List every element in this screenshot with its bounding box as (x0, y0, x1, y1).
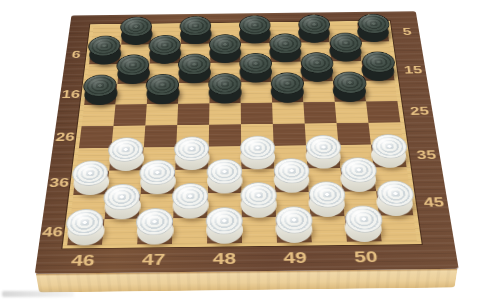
white-man[interactable]: ⛀ (66, 218, 106, 246)
coord-right-15: 15 (403, 64, 423, 77)
dark-square[interactable]: ⛀ (109, 148, 144, 171)
white-man[interactable]: ⛀ (273, 168, 310, 194)
coord-right-35: 35 (416, 148, 438, 162)
dark-square[interactable]: ⛂ (333, 81, 366, 102)
light-square[interactable] (82, 105, 116, 127)
dark-square[interactable]: ⛀ (242, 192, 277, 217)
dark-square[interactable]: ⛂ (330, 42, 362, 62)
dark-square[interactable]: ⛂ (121, 26, 152, 45)
black-man[interactable]: ⛂ (298, 23, 331, 43)
dark-square[interactable]: ⛂ (301, 61, 333, 81)
white-man[interactable]: ⛀ (108, 147, 145, 172)
dark-square[interactable]: ⛀ (208, 169, 242, 193)
dark-square[interactable]: ⛀ (67, 219, 104, 245)
dark-square[interactable]: ⛂ (270, 43, 301, 63)
scene: 1 2 3 4 5 5 15 25 35 45 6 16 26 36 46 46… (0, 0, 480, 300)
dark-square[interactable]: ⛀ (306, 145, 340, 168)
dark-square[interactable]: ⛀ (309, 192, 345, 217)
coord-bottom-47: 47 (141, 251, 165, 270)
dark-square[interactable]: ⛂ (357, 23, 389, 42)
dark-square[interactable]: ⛂ (240, 24, 270, 43)
dark-square[interactable] (303, 102, 336, 124)
playing-field: ⛂⛂⛂⛂⛂⛂⛂⛂⛂⛂⛂⛂⛂⛂⛂⛂⛂⛂⛂⛂⛀⛀⛀⛀⛀⛀⛀⛀⛀⛀⛀⛀⛀⛀⛀⛀⛀⛀⛀⛀ (62, 21, 421, 249)
white-man[interactable]: ⛀ (344, 215, 384, 243)
black-man[interactable]: ⛂ (149, 44, 182, 65)
black-man[interactable]: ⛂ (239, 62, 272, 83)
black-man[interactable]: ⛂ (208, 82, 241, 104)
coord-bottom-50: 50 (353, 248, 378, 267)
black-man[interactable]: ⛂ (356, 22, 390, 42)
dark-square[interactable]: ⛂ (210, 43, 240, 63)
light-square[interactable] (145, 104, 178, 126)
coord-bottom-48: 48 (213, 250, 237, 269)
black-man[interactable]: ⛂ (180, 25, 212, 45)
light-square[interactable] (302, 81, 335, 102)
coord-left-36: 36 (48, 176, 70, 191)
dark-square[interactable] (144, 125, 177, 147)
dark-square[interactable]: ⛂ (150, 44, 181, 64)
board-grid: ⛂⛂⛂⛂⛂⛂⛂⛂⛂⛂⛂⛂⛂⛂⛂⛂⛂⛂⛂⛂⛀⛀⛀⛀⛀⛀⛀⛀⛀⛀⛀⛀⛀⛀⛀⛀⛀⛀⛀⛀ (67, 23, 417, 245)
black-man[interactable]: ⛂ (178, 62, 211, 84)
dark-square[interactable] (113, 104, 146, 126)
dark-square[interactable] (273, 124, 306, 146)
watermark (2, 291, 74, 297)
dark-square[interactable]: ⛀ (340, 168, 376, 192)
light-square[interactable] (178, 83, 210, 104)
light-square[interactable] (102, 219, 139, 245)
perspective-wrapper: 1 2 3 4 5 5 15 25 35 45 6 16 26 36 46 46… (0, 0, 480, 300)
white-man[interactable]: ⛀ (375, 190, 414, 217)
dark-square[interactable]: ⛀ (276, 217, 312, 243)
black-man[interactable]: ⛂ (270, 81, 304, 103)
white-man[interactable]: ⛀ (370, 144, 408, 169)
white-man[interactable]: ⛀ (174, 146, 210, 171)
dark-square[interactable] (337, 123, 371, 145)
coord-left-26: 26 (55, 130, 76, 144)
dark-square[interactable]: ⛀ (173, 193, 208, 218)
board-front-edge (36, 269, 458, 293)
black-man[interactable]: ⛂ (269, 42, 302, 63)
coord-bottom-49: 49 (283, 249, 307, 268)
black-man[interactable]: ⛂ (239, 24, 271, 44)
black-man[interactable]: ⛂ (146, 83, 180, 105)
dark-square[interactable]: ⛂ (209, 82, 240, 103)
dark-square[interactable]: ⛂ (179, 63, 210, 83)
white-man[interactable]: ⛀ (207, 168, 243, 194)
dark-square[interactable]: ⛀ (141, 170, 176, 194)
coord-bottom-46: 46 (70, 251, 95, 270)
coord-left-16: 16 (61, 88, 81, 101)
light-square[interactable] (241, 82, 273, 103)
black-man[interactable]: ⛂ (300, 61, 334, 82)
dark-square[interactable] (177, 103, 209, 125)
white-man[interactable]: ⛀ (172, 193, 209, 220)
dark-square[interactable]: ⛀ (376, 191, 413, 216)
dark-square[interactable] (79, 126, 114, 148)
white-man[interactable]: ⛀ (305, 144, 342, 169)
dark-square[interactable]: ⛀ (371, 144, 407, 167)
black-man[interactable]: ⛂ (332, 80, 367, 102)
white-man[interactable]: ⛀ (206, 217, 243, 245)
dark-square[interactable]: ⛀ (207, 217, 242, 243)
dark-square[interactable]: ⛂ (89, 45, 121, 65)
dark-square[interactable]: ⛂ (84, 84, 117, 105)
dark-square[interactable]: ⛂ (299, 24, 330, 43)
white-man[interactable]: ⛀ (240, 145, 275, 170)
dark-square[interactable]: ⛂ (361, 61, 394, 81)
black-man[interactable]: ⛂ (329, 41, 363, 62)
white-man[interactable]: ⛀ (275, 216, 313, 244)
black-man[interactable]: ⛂ (116, 63, 150, 85)
light-square[interactable] (115, 84, 148, 105)
white-man[interactable]: ⛀ (103, 193, 141, 220)
light-square[interactable] (364, 81, 398, 102)
light-square[interactable] (310, 216, 347, 242)
light-square[interactable] (172, 218, 207, 244)
dark-square[interactable]: ⛂ (240, 62, 271, 82)
dark-square[interactable] (366, 101, 400, 123)
black-man[interactable]: ⛂ (209, 43, 241, 64)
light-square[interactable] (209, 103, 241, 125)
dark-square[interactable]: ⛂ (117, 64, 149, 84)
dark-square[interactable]: ⛀ (274, 168, 308, 192)
black-man[interactable]: ⛂ (360, 60, 395, 81)
dark-square[interactable]: ⛀ (175, 147, 208, 170)
dark-square[interactable] (209, 124, 241, 146)
light-square[interactable] (242, 217, 277, 243)
coord-right-5: 5 (402, 26, 413, 38)
dark-square[interactable]: ⛀ (345, 216, 382, 242)
dark-square[interactable] (241, 103, 273, 125)
light-square[interactable] (272, 102, 305, 124)
dark-square[interactable]: ⛂ (147, 83, 179, 104)
white-man[interactable]: ⛀ (136, 218, 174, 246)
dark-square[interactable]: ⛀ (105, 194, 141, 219)
white-man[interactable]: ⛀ (308, 191, 346, 218)
light-square[interactable] (335, 101, 369, 123)
white-man[interactable]: ⛀ (339, 167, 377, 193)
dark-square[interactable]: ⛀ (241, 146, 274, 169)
coord-left-46: 46 (41, 224, 64, 240)
light-square[interactable] (379, 215, 417, 241)
white-man[interactable]: ⛀ (241, 192, 278, 219)
draughts-board: 1 2 3 4 5 5 15 25 35 45 6 16 26 36 46 46… (35, 11, 459, 274)
dark-square[interactable]: ⛀ (73, 171, 109, 195)
coord-right-45: 45 (423, 195, 445, 211)
coord-right-25: 25 (409, 105, 430, 119)
black-man[interactable]: ⛂ (83, 83, 118, 105)
dark-square[interactable]: ⛂ (181, 25, 211, 44)
dark-square[interactable]: ⛂ (271, 82, 303, 103)
dark-square[interactable]: ⛀ (137, 218, 173, 244)
coord-left-6: 6 (71, 49, 81, 61)
white-man[interactable]: ⛀ (139, 169, 176, 195)
